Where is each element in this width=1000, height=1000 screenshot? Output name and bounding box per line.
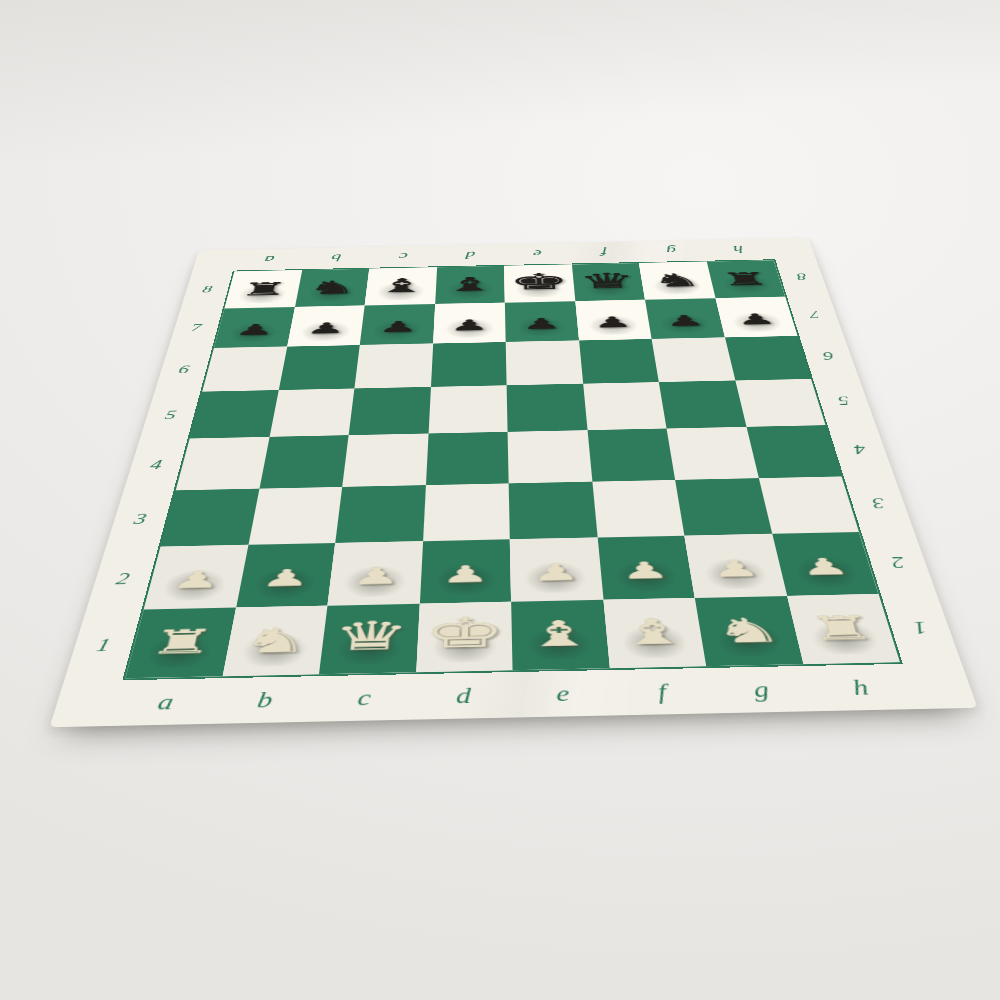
square-b6[interactable] xyxy=(278,345,359,390)
file-label-top-g: g xyxy=(636,242,707,261)
square-d5[interactable] xyxy=(428,385,507,434)
square-b3[interactable] xyxy=(248,487,342,545)
square-b4[interactable] xyxy=(259,435,349,488)
white-pawn[interactable]: ♟ xyxy=(531,561,581,584)
square-d4[interactable] xyxy=(425,432,508,485)
square-g6[interactable] xyxy=(652,337,735,381)
square-f6[interactable] xyxy=(579,339,659,383)
square-e7[interactable]: ♟ xyxy=(505,301,579,342)
square-h3[interactable] xyxy=(758,476,859,534)
square-f7[interactable]: ♟ xyxy=(575,299,652,340)
black-pawn[interactable]: ♟ xyxy=(735,312,778,327)
white-pawn[interactable]: ♟ xyxy=(441,563,490,586)
file-label-top-f: f xyxy=(570,243,639,262)
black-pawn[interactable]: ♟ xyxy=(305,321,346,336)
vinyl-chess-mat: abcdefgh abcdefgh 87654321 87654321 ♜♞♝♝… xyxy=(50,238,978,727)
square-h2[interactable]: ♟ xyxy=(772,532,879,596)
square-h7[interactable]: ♟ xyxy=(715,297,797,338)
square-h8[interactable]: ♜ xyxy=(706,260,785,298)
square-e5[interactable] xyxy=(507,383,587,431)
black-pawn[interactable]: ♟ xyxy=(593,315,634,330)
square-f5[interactable] xyxy=(583,382,667,430)
black-queen[interactable]: ♛ xyxy=(578,270,638,291)
square-d3[interactable] xyxy=(423,483,510,541)
file-label-h: h xyxy=(806,667,916,709)
square-e8[interactable]: ♚ xyxy=(504,264,575,302)
rank-label-right-3: 3 xyxy=(846,475,912,532)
white-pawn[interactable]: ♟ xyxy=(620,559,671,582)
file-label-top-b: b xyxy=(301,249,371,268)
square-a4[interactable] xyxy=(176,437,269,490)
square-d8[interactable]: ♝ xyxy=(435,266,505,304)
file-label-d: d xyxy=(413,675,514,717)
white-pawn[interactable]: ♟ xyxy=(260,567,312,590)
square-g3[interactable] xyxy=(675,478,772,536)
square-b7[interactable]: ♟ xyxy=(287,305,365,346)
white-pawn[interactable]: ♟ xyxy=(709,557,762,580)
square-c1[interactable]: ♛ xyxy=(319,603,419,674)
square-g2[interactable]: ♟ xyxy=(684,534,786,598)
black-knight[interactable]: ♞ xyxy=(306,278,358,296)
square-c4[interactable] xyxy=(342,433,428,486)
white-rook[interactable]: ♜ xyxy=(805,613,880,646)
white-knight[interactable]: ♞ xyxy=(239,623,312,657)
square-f1[interactable]: ♝ xyxy=(603,598,706,669)
black-bishop[interactable]: ♝ xyxy=(375,276,428,295)
square-c3[interactable] xyxy=(335,485,425,543)
white-rook[interactable]: ♜ xyxy=(145,626,218,659)
square-e4[interactable] xyxy=(508,430,592,483)
square-f2[interactable]: ♟ xyxy=(597,536,695,600)
square-h4[interactable] xyxy=(746,425,841,478)
square-g8[interactable]: ♞ xyxy=(639,262,715,300)
chess-board: ♜♞♝♝♚♛♞♜♟♟♟♟♟♟♟♟♟♟♟♟♟♟♟♟♜♞♛♚♝♝♞♜ xyxy=(122,259,902,680)
black-knight[interactable]: ♞ xyxy=(650,271,703,289)
square-a3[interactable] xyxy=(161,488,259,546)
file-label-b: b xyxy=(212,679,318,721)
square-a1[interactable]: ♜ xyxy=(125,607,235,678)
square-d7[interactable]: ♟ xyxy=(433,302,506,343)
file-label-f: f xyxy=(610,671,714,713)
square-b1[interactable]: ♞ xyxy=(222,605,327,676)
square-a8[interactable]: ♜ xyxy=(225,270,302,308)
square-g1[interactable]: ♞ xyxy=(695,596,803,667)
black-pawn[interactable]: ♟ xyxy=(233,322,275,337)
square-h5[interactable] xyxy=(735,379,826,427)
white-pawn[interactable]: ♟ xyxy=(798,556,853,579)
file-label-top-a: a xyxy=(233,250,304,269)
square-c5[interactable] xyxy=(349,387,431,436)
black-bishop[interactable]: ♝ xyxy=(444,275,496,294)
square-e2[interactable]: ♟ xyxy=(510,537,603,601)
black-rook[interactable]: ♜ xyxy=(719,270,772,288)
square-g7[interactable]: ♟ xyxy=(645,298,725,339)
file-label-top-h: h xyxy=(703,240,775,259)
file-label-e: e xyxy=(513,673,614,715)
square-b8[interactable]: ♞ xyxy=(295,269,370,307)
square-a5[interactable] xyxy=(190,390,279,439)
black-pawn[interactable]: ♟ xyxy=(450,318,489,333)
square-h1[interactable]: ♜ xyxy=(787,594,900,664)
square-c8[interactable]: ♝ xyxy=(365,267,437,305)
square-f3[interactable] xyxy=(592,480,685,538)
square-c7[interactable]: ♟ xyxy=(360,304,435,345)
white-queen[interactable]: ♛ xyxy=(329,616,411,655)
square-g5[interactable] xyxy=(659,380,746,428)
square-f4[interactable] xyxy=(587,428,675,481)
black-pawn[interactable]: ♟ xyxy=(378,319,418,334)
white-pawn[interactable]: ♟ xyxy=(350,565,401,588)
square-a2[interactable]: ♟ xyxy=(144,545,248,609)
square-b5[interactable] xyxy=(269,388,354,437)
black-king[interactable]: ♚ xyxy=(508,270,570,292)
square-h6[interactable] xyxy=(725,336,811,380)
square-b2[interactable]: ♟ xyxy=(236,543,336,607)
square-a7[interactable]: ♟ xyxy=(214,307,295,348)
white-bishop[interactable]: ♝ xyxy=(523,617,595,652)
square-f8[interactable]: ♛ xyxy=(572,263,646,301)
square-a6[interactable] xyxy=(202,347,287,392)
square-c6[interactable] xyxy=(354,344,432,389)
white-king[interactable]: ♚ xyxy=(422,612,506,653)
square-d6[interactable] xyxy=(431,342,507,387)
file-label-a: a xyxy=(111,681,220,723)
file-label-top-e: e xyxy=(504,244,572,263)
white-bishop[interactable]: ♝ xyxy=(616,615,690,650)
square-e3[interactable] xyxy=(509,481,597,539)
white-knight[interactable]: ♞ xyxy=(711,614,786,648)
square-d1[interactable]: ♚ xyxy=(416,601,513,672)
black-pawn[interactable]: ♟ xyxy=(521,316,561,331)
square-g4[interactable] xyxy=(667,427,759,480)
product-photo: abcdefgh abcdefgh 87654321 87654321 ♜♞♝♝… xyxy=(0,0,1000,1000)
white-pawn[interactable]: ♟ xyxy=(169,569,223,592)
square-e6[interactable] xyxy=(506,340,583,385)
file-label-g: g xyxy=(708,669,815,711)
black-pawn[interactable]: ♟ xyxy=(664,313,706,328)
file-label-top-c: c xyxy=(369,247,438,266)
square-d2[interactable]: ♟ xyxy=(419,539,511,603)
file-label-top-d: d xyxy=(436,246,504,265)
file-label-c: c xyxy=(312,677,415,719)
square-c2[interactable]: ♟ xyxy=(328,541,423,605)
square-e1[interactable]: ♝ xyxy=(511,599,609,670)
black-rook[interactable]: ♜ xyxy=(238,280,290,298)
